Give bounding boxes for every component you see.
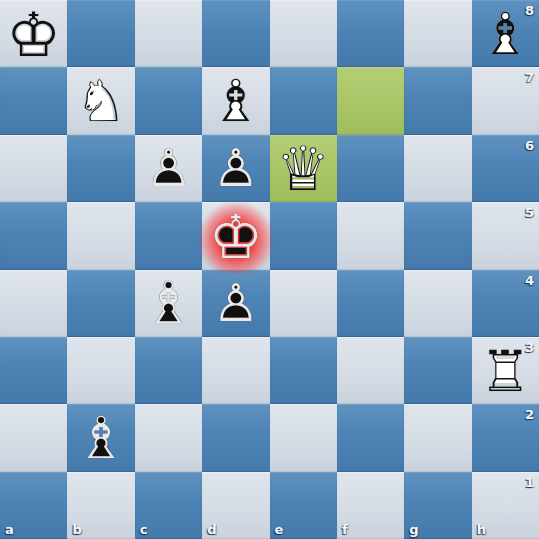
square-c4[interactable]: ♝♗: [135, 270, 202, 337]
square-g2[interactable]: [404, 404, 471, 471]
white-king-outline: ♔: [6, 3, 61, 64]
square-b3[interactable]: [67, 337, 134, 404]
square-h7[interactable]: 7: [472, 67, 539, 134]
square-a6[interactable]: [0, 135, 67, 202]
square-f7[interactable]: [337, 67, 404, 134]
white-knight-outline: ♘: [75, 72, 127, 130]
square-g7[interactable]: [404, 67, 471, 134]
square-e1[interactable]: e: [270, 472, 337, 539]
black-pawn-outline: ♙: [213, 142, 260, 194]
white-bishop-outline: ♗: [210, 72, 262, 130]
square-h5[interactable]: 5: [472, 202, 539, 269]
file-label-a: a: [5, 522, 14, 537]
white-queen-outline: ♕: [276, 138, 331, 199]
square-h1[interactable]: 1h: [472, 472, 539, 539]
square-d3[interactable]: [202, 337, 269, 404]
black-pawn-outline: ♙: [145, 142, 192, 194]
square-d5[interactable]: ♚♔: [202, 202, 269, 269]
square-b7[interactable]: ♞♘: [67, 67, 134, 134]
square-d1[interactable]: d: [202, 472, 269, 539]
square-a2[interactable]: [0, 404, 67, 471]
black-king[interactable]: ♚♔: [202, 202, 269, 269]
square-h8[interactable]: ♝♗8: [472, 0, 539, 67]
file-label-e: e: [275, 522, 284, 537]
square-b5[interactable]: [67, 202, 134, 269]
white-bishop[interactable]: ♝♗: [472, 0, 539, 67]
square-b4[interactable]: [67, 270, 134, 337]
white-bishop[interactable]: ♝♗: [202, 67, 269, 134]
rank-label-7: 7: [525, 70, 534, 85]
square-e3[interactable]: [270, 337, 337, 404]
black-king-outline: ♔: [208, 205, 263, 266]
black-pawn[interactable]: ♟♙: [202, 135, 269, 202]
square-a1[interactable]: a: [0, 472, 67, 539]
square-a8[interactable]: ♚♔: [0, 0, 67, 67]
square-d6[interactable]: ♟♙: [202, 135, 269, 202]
rank-label-5: 5: [525, 205, 534, 220]
white-knight[interactable]: ♞♘: [67, 67, 134, 134]
square-f5[interactable]: [337, 202, 404, 269]
square-g5[interactable]: [404, 202, 471, 269]
square-f4[interactable]: [337, 270, 404, 337]
square-b2[interactable]: ♝♗: [67, 404, 134, 471]
file-label-g: g: [409, 522, 418, 537]
square-h2[interactable]: 2: [472, 404, 539, 471]
rank-label-4: 4: [525, 273, 534, 288]
square-g1[interactable]: g: [404, 472, 471, 539]
rank-label-2: 2: [525, 407, 534, 422]
square-d7[interactable]: ♝♗: [202, 67, 269, 134]
white-bishop-outline: ♗: [479, 5, 531, 63]
square-c6[interactable]: ♟♙: [135, 135, 202, 202]
square-c2[interactable]: [135, 404, 202, 471]
rank-label-1: 1: [525, 475, 534, 490]
chess-board-area: ♚♔♝♗8♞♘♝♗7♟♙♟♙♛♕6♚♔5♝♗♟♙4♜♖3♝♗2abcdefg1h: [0, 0, 539, 539]
file-label-b: b: [72, 522, 81, 537]
black-bishop-outline: ♗: [142, 274, 194, 332]
square-e2[interactable]: [270, 404, 337, 471]
white-rook[interactable]: ♜♖: [472, 337, 539, 404]
black-bishop[interactable]: ♝♗: [135, 270, 202, 337]
square-h6[interactable]: 6: [472, 135, 539, 202]
square-e5[interactable]: [270, 202, 337, 269]
square-g4[interactable]: [404, 270, 471, 337]
square-f1[interactable]: f: [337, 472, 404, 539]
white-king[interactable]: ♚♔: [0, 0, 67, 67]
rank-label-6: 6: [525, 138, 534, 153]
file-label-h: h: [477, 522, 486, 537]
square-c7[interactable]: [135, 67, 202, 134]
square-e7[interactable]: [270, 67, 337, 134]
square-d2[interactable]: [202, 404, 269, 471]
square-e6[interactable]: ♛♕: [270, 135, 337, 202]
black-pawn-outline: ♙: [213, 277, 260, 329]
square-b8[interactable]: [67, 0, 134, 67]
square-c5[interactable]: [135, 202, 202, 269]
square-a7[interactable]: [0, 67, 67, 134]
white-rook-outline: ♖: [480, 342, 531, 399]
square-g8[interactable]: [404, 0, 471, 67]
black-bishop-outline: ♗: [75, 409, 127, 467]
square-d8[interactable]: [202, 0, 269, 67]
black-pawn[interactable]: ♟♙: [202, 270, 269, 337]
white-queen[interactable]: ♛♕: [270, 135, 337, 202]
square-h3[interactable]: ♜♖3: [472, 337, 539, 404]
square-b1[interactable]: b: [67, 472, 134, 539]
square-f8[interactable]: [337, 0, 404, 67]
square-c8[interactable]: [135, 0, 202, 67]
square-g3[interactable]: [404, 337, 471, 404]
black-pawn[interactable]: ♟♙: [135, 135, 202, 202]
file-label-d: d: [207, 522, 216, 537]
file-label-c: c: [140, 522, 148, 537]
square-d4[interactable]: ♟♙: [202, 270, 269, 337]
square-a4[interactable]: [0, 270, 67, 337]
square-e8[interactable]: [270, 0, 337, 67]
square-c3[interactable]: [135, 337, 202, 404]
square-c1[interactable]: c: [135, 472, 202, 539]
square-a3[interactable]: [0, 337, 67, 404]
square-a5[interactable]: [0, 202, 67, 269]
square-h4[interactable]: 4: [472, 270, 539, 337]
black-bishop[interactable]: ♝♗: [67, 404, 134, 471]
square-g6[interactable]: [404, 135, 471, 202]
square-f2[interactable]: [337, 404, 404, 471]
file-label-f: f: [342, 522, 348, 537]
chess-board: ♚♔♝♗8♞♘♝♗7♟♙♟♙♛♕6♚♔5♝♗♟♙4♜♖3♝♗2abcdefg1h: [0, 0, 539, 539]
square-b6[interactable]: [67, 135, 134, 202]
square-f6[interactable]: [337, 135, 404, 202]
square-f3[interactable]: [337, 337, 404, 404]
square-e4[interactable]: [270, 270, 337, 337]
